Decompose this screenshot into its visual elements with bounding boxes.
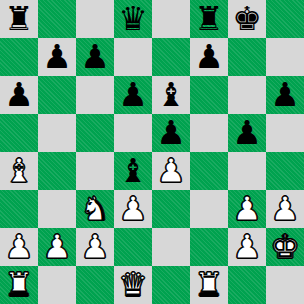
square-g8[interactable]: ♚ xyxy=(228,0,266,38)
square-a5[interactable] xyxy=(0,114,38,152)
black-queen-icon: ♛ xyxy=(118,2,148,35)
square-c2[interactable]: ♟ xyxy=(76,228,114,266)
square-f1[interactable]: ♜ xyxy=(190,266,228,304)
black-pawn-icon: ♟ xyxy=(42,40,72,73)
square-d5[interactable] xyxy=(114,114,152,152)
square-f8[interactable]: ♜ xyxy=(190,0,228,38)
square-f4[interactable] xyxy=(190,152,228,190)
black-king-icon: ♚ xyxy=(232,2,262,35)
black-pawn-icon: ♟ xyxy=(232,116,262,149)
white-pawn-icon: ♟ xyxy=(80,230,110,263)
square-c4[interactable] xyxy=(76,152,114,190)
square-e7[interactable] xyxy=(152,38,190,76)
square-a7[interactable] xyxy=(0,38,38,76)
square-c7[interactable]: ♟ xyxy=(76,38,114,76)
black-rook-icon: ♜ xyxy=(4,2,34,35)
white-pawn-icon: ♟ xyxy=(4,230,34,263)
square-c8[interactable] xyxy=(76,0,114,38)
square-b3[interactable] xyxy=(38,190,76,228)
square-b2[interactable]: ♟ xyxy=(38,228,76,266)
square-g2[interactable]: ♟ xyxy=(228,228,266,266)
white-pawn-icon: ♟ xyxy=(232,192,262,225)
white-king-icon: ♚ xyxy=(270,230,300,263)
square-b6[interactable] xyxy=(38,76,76,114)
black-bishop-icon: ♝ xyxy=(156,78,186,111)
black-rook-icon: ♜ xyxy=(194,2,224,35)
black-pawn-icon: ♟ xyxy=(4,78,34,111)
white-rook-icon: ♜ xyxy=(4,268,34,301)
square-g5[interactable]: ♟ xyxy=(228,114,266,152)
square-e4[interactable]: ♟ xyxy=(152,152,190,190)
square-e1[interactable] xyxy=(152,266,190,304)
square-a3[interactable] xyxy=(0,190,38,228)
square-e2[interactable] xyxy=(152,228,190,266)
square-g1[interactable] xyxy=(228,266,266,304)
square-f3[interactable] xyxy=(190,190,228,228)
square-d4[interactable]: ♝ xyxy=(114,152,152,190)
white-rook-icon: ♜ xyxy=(194,268,224,301)
square-c6[interactable] xyxy=(76,76,114,114)
square-c5[interactable] xyxy=(76,114,114,152)
square-h4[interactable] xyxy=(266,152,304,190)
square-a6[interactable]: ♟ xyxy=(0,76,38,114)
square-g7[interactable] xyxy=(228,38,266,76)
square-g6[interactable] xyxy=(228,76,266,114)
white-bishop-icon: ♝ xyxy=(4,154,34,187)
white-pawn-icon: ♟ xyxy=(270,192,300,225)
white-pawn-icon: ♟ xyxy=(156,154,186,187)
chess-app-window: ♜♛♜♚♟♟♟♟♟♝♟♟♟♝♝♟♞♟♟♟♟♟♟♟♚♜♛♜ xyxy=(0,0,304,304)
black-pawn-icon: ♟ xyxy=(270,78,300,111)
square-d6[interactable]: ♟ xyxy=(114,76,152,114)
white-pawn-icon: ♟ xyxy=(42,230,72,263)
square-a4[interactable]: ♝ xyxy=(0,152,38,190)
black-pawn-icon: ♟ xyxy=(80,40,110,73)
black-pawn-icon: ♟ xyxy=(118,78,148,111)
square-b4[interactable] xyxy=(38,152,76,190)
square-h5[interactable] xyxy=(266,114,304,152)
black-pawn-icon: ♟ xyxy=(194,40,224,73)
white-queen-icon: ♛ xyxy=(118,268,148,301)
square-d2[interactable] xyxy=(114,228,152,266)
square-b7[interactable]: ♟ xyxy=(38,38,76,76)
square-f2[interactable] xyxy=(190,228,228,266)
square-b1[interactable] xyxy=(38,266,76,304)
square-d3[interactable]: ♟ xyxy=(114,190,152,228)
square-h1[interactable] xyxy=(266,266,304,304)
square-e6[interactable]: ♝ xyxy=(152,76,190,114)
square-h2[interactable]: ♚ xyxy=(266,228,304,266)
square-f5[interactable] xyxy=(190,114,228,152)
square-e3[interactable] xyxy=(152,190,190,228)
square-e8[interactable] xyxy=(152,0,190,38)
square-c3[interactable]: ♞ xyxy=(76,190,114,228)
black-bishop-icon: ♝ xyxy=(118,154,148,187)
square-f7[interactable]: ♟ xyxy=(190,38,228,76)
square-g3[interactable]: ♟ xyxy=(228,190,266,228)
square-e5[interactable]: ♟ xyxy=(152,114,190,152)
black-pawn-icon: ♟ xyxy=(156,116,186,149)
square-c1[interactable] xyxy=(76,266,114,304)
square-h8[interactable] xyxy=(266,0,304,38)
square-a1[interactable]: ♜ xyxy=(0,266,38,304)
square-d1[interactable]: ♛ xyxy=(114,266,152,304)
white-pawn-icon: ♟ xyxy=(118,192,148,225)
square-f6[interactable] xyxy=(190,76,228,114)
square-g4[interactable] xyxy=(228,152,266,190)
square-h6[interactable]: ♟ xyxy=(266,76,304,114)
square-d7[interactable] xyxy=(114,38,152,76)
white-pawn-icon: ♟ xyxy=(232,230,262,263)
square-h7[interactable] xyxy=(266,38,304,76)
square-b8[interactable] xyxy=(38,0,76,38)
square-a2[interactable]: ♟ xyxy=(0,228,38,266)
square-h3[interactable]: ♟ xyxy=(266,190,304,228)
square-a8[interactable]: ♜ xyxy=(0,0,38,38)
square-b5[interactable] xyxy=(38,114,76,152)
chess-board: ♜♛♜♚♟♟♟♟♟♝♟♟♟♝♝♟♞♟♟♟♟♟♟♟♚♜♛♜ xyxy=(0,0,304,304)
white-knight-icon: ♞ xyxy=(80,192,110,225)
square-d8[interactable]: ♛ xyxy=(114,0,152,38)
